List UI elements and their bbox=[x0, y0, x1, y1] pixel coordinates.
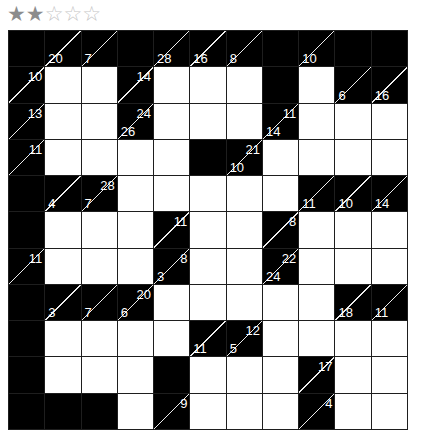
down-clue: 16 bbox=[375, 89, 389, 102]
entry-cell-r8c7[interactable] bbox=[263, 321, 299, 357]
entry-cell-r2c1[interactable] bbox=[45, 104, 81, 140]
block-cell-r8c0 bbox=[9, 321, 45, 357]
clue-cell-r8c6: 125 bbox=[227, 321, 263, 357]
clue-cell-r4c10: 14 bbox=[372, 176, 408, 212]
across-clue: 17 bbox=[318, 360, 332, 373]
clue-cell-r4c8: 11 bbox=[299, 176, 335, 212]
entry-cell-r6c10[interactable] bbox=[372, 249, 408, 285]
entry-cell-r6c5[interactable] bbox=[190, 249, 226, 285]
block-cell-r10c1 bbox=[45, 394, 81, 430]
entry-cell-r10c7[interactable] bbox=[263, 394, 299, 430]
entry-cell-r7c4[interactable] bbox=[154, 285, 190, 321]
entry-cell-r5c2[interactable] bbox=[82, 212, 118, 248]
entry-cell-r6c1[interactable] bbox=[45, 249, 81, 285]
down-clue: 11 bbox=[375, 306, 389, 319]
entry-cell-r8c4[interactable] bbox=[154, 321, 190, 357]
entry-cell-r6c3[interactable] bbox=[118, 249, 154, 285]
down-clue: 14 bbox=[375, 197, 389, 210]
clue-cell-r3c6: 2110 bbox=[227, 140, 263, 176]
clue-cell-r0c8: 10 bbox=[299, 31, 335, 67]
down-clue: 3 bbox=[157, 270, 164, 283]
clue-cell-r0c6: 8 bbox=[227, 31, 263, 67]
across-clue: 13 bbox=[28, 107, 42, 120]
entry-cell-r2c10[interactable] bbox=[372, 104, 408, 140]
down-clue: 28 bbox=[157, 52, 171, 65]
block-cell-r0c7 bbox=[263, 31, 299, 67]
across-clue: 20 bbox=[137, 288, 151, 301]
clue-cell-r1c10: 16 bbox=[372, 67, 408, 103]
clue-cell-r2c0: 13 bbox=[9, 104, 45, 140]
down-clue: 8 bbox=[230, 52, 237, 65]
across-clue: 11 bbox=[29, 143, 43, 156]
entry-cell-r8c10[interactable] bbox=[372, 321, 408, 357]
down-clue: 20 bbox=[48, 52, 62, 65]
down-clue: 4 bbox=[48, 197, 55, 210]
entry-cell-r5c10[interactable] bbox=[372, 212, 408, 248]
entry-cell-r2c9[interactable] bbox=[335, 104, 371, 140]
down-clue: 6 bbox=[338, 89, 345, 102]
clue-cell-r7c3: 206 bbox=[118, 285, 154, 321]
entry-cell-r5c8[interactable] bbox=[299, 212, 335, 248]
clue-cell-r4c2: 287 bbox=[82, 176, 118, 212]
entry-cell-r2c4[interactable] bbox=[154, 104, 190, 140]
clue-cell-r5c4: 11 bbox=[154, 212, 190, 248]
across-clue: 8 bbox=[289, 215, 296, 228]
down-clue: 14 bbox=[266, 125, 280, 138]
clue-cell-r6c4: 83 bbox=[154, 249, 190, 285]
entry-cell-r9c6[interactable] bbox=[227, 357, 263, 393]
clue-cell-r9c8: 17 bbox=[299, 357, 335, 393]
entry-cell-r7c7[interactable] bbox=[263, 285, 299, 321]
across-clue: 24 bbox=[137, 107, 151, 120]
block-cell-r0c3 bbox=[118, 31, 154, 67]
entry-cell-r9c7[interactable] bbox=[263, 357, 299, 393]
entry-cell-r1c6[interactable] bbox=[227, 67, 263, 103]
entry-cell-r1c5[interactable] bbox=[190, 67, 226, 103]
entry-cell-r1c4[interactable] bbox=[154, 67, 190, 103]
clue-cell-r6c0: 11 bbox=[9, 249, 45, 285]
entry-cell-r3c7[interactable] bbox=[263, 140, 299, 176]
block-cell-r1c7 bbox=[263, 67, 299, 103]
entry-cell-r2c8[interactable] bbox=[299, 104, 335, 140]
entry-cell-r3c1[interactable] bbox=[45, 140, 81, 176]
clue-cell-r10c8: 4 bbox=[299, 394, 335, 430]
kakuro-board: 2072816810101461613242611141121104287111… bbox=[8, 30, 408, 430]
down-clue: 7 bbox=[85, 306, 92, 319]
star-filled-icon: ★★ bbox=[7, 2, 45, 25]
block-cell-r10c2 bbox=[82, 394, 118, 430]
down-clue: 7 bbox=[85, 52, 92, 65]
entry-cell-r4c6[interactable] bbox=[227, 176, 263, 212]
across-clue: 22 bbox=[282, 252, 296, 265]
entry-cell-r5c9[interactable] bbox=[335, 212, 371, 248]
entry-cell-r8c2[interactable] bbox=[82, 321, 118, 357]
entry-cell-r3c3[interactable] bbox=[118, 140, 154, 176]
clue-cell-r1c9: 6 bbox=[335, 67, 371, 103]
clue-cell-r8c5: 11 bbox=[190, 321, 226, 357]
entry-cell-r8c1[interactable] bbox=[45, 321, 81, 357]
block-cell-r3c5 bbox=[190, 140, 226, 176]
entry-cell-r9c10[interactable] bbox=[372, 357, 408, 393]
entry-cell-r4c7[interactable] bbox=[263, 176, 299, 212]
block-cell-r9c4 bbox=[154, 357, 190, 393]
entry-cell-r6c2[interactable] bbox=[82, 249, 118, 285]
entry-cell-r3c4[interactable] bbox=[154, 140, 190, 176]
down-clue: 10 bbox=[230, 161, 244, 174]
down-clue: 26 bbox=[121, 125, 135, 138]
across-clue: 4 bbox=[325, 397, 332, 410]
clue-cell-r1c3: 14 bbox=[118, 67, 154, 103]
entry-cell-r9c2[interactable] bbox=[82, 357, 118, 393]
entry-cell-r10c3[interactable] bbox=[118, 394, 154, 430]
entry-cell-r8c9[interactable] bbox=[335, 321, 371, 357]
down-clue: 6 bbox=[121, 306, 128, 319]
down-clue: 16 bbox=[193, 52, 207, 65]
block-cell-r5c0 bbox=[9, 212, 45, 248]
block-cell-r0c9 bbox=[335, 31, 371, 67]
across-clue: 11 bbox=[174, 215, 188, 228]
entry-cell-r10c9[interactable] bbox=[335, 394, 371, 430]
down-clue: 24 bbox=[266, 270, 280, 283]
across-clue: 28 bbox=[100, 179, 114, 192]
down-clue: 10 bbox=[338, 197, 352, 210]
clue-cell-r7c10: 11 bbox=[372, 285, 408, 321]
across-clue: 14 bbox=[137, 70, 151, 83]
down-clue: 3 bbox=[48, 306, 55, 319]
clue-cell-r7c2: 7 bbox=[82, 285, 118, 321]
entry-cell-r8c8[interactable] bbox=[299, 321, 335, 357]
entry-cell-r10c6[interactable] bbox=[227, 394, 263, 430]
entry-cell-r10c5[interactable] bbox=[190, 394, 226, 430]
block-cell-r0c10 bbox=[372, 31, 408, 67]
clue-cell-r4c9: 10 bbox=[335, 176, 371, 212]
down-clue: 5 bbox=[230, 342, 237, 355]
entry-cell-r3c10[interactable] bbox=[372, 140, 408, 176]
entry-cell-r3c9[interactable] bbox=[335, 140, 371, 176]
block-cell-r10c0 bbox=[9, 394, 45, 430]
entry-cell-r6c9[interactable] bbox=[335, 249, 371, 285]
down-clue: 7 bbox=[85, 197, 92, 210]
entry-cell-r9c1[interactable] bbox=[45, 357, 81, 393]
across-clue: 10 bbox=[28, 70, 42, 83]
entry-cell-r7c6[interactable] bbox=[227, 285, 263, 321]
entry-cell-r9c5[interactable] bbox=[190, 357, 226, 393]
entry-cell-r2c6[interactable] bbox=[227, 104, 263, 140]
clue-cell-r2c7: 1114 bbox=[263, 104, 299, 140]
difficulty-rating: ★★☆☆☆ bbox=[7, 1, 101, 27]
entry-cell-r1c2[interactable] bbox=[82, 67, 118, 103]
across-clue: 8 bbox=[180, 252, 187, 265]
block-cell-r0c0 bbox=[9, 31, 45, 67]
entry-cell-r2c2[interactable] bbox=[82, 104, 118, 140]
star-empty-icon: ☆☆☆ bbox=[45, 2, 101, 25]
entry-cell-r5c6[interactable] bbox=[227, 212, 263, 248]
clue-cell-r6c7: 2224 bbox=[263, 249, 299, 285]
entry-cell-r6c8[interactable] bbox=[299, 249, 335, 285]
entry-cell-r10c10[interactable] bbox=[372, 394, 408, 430]
block-cell-r4c0 bbox=[9, 176, 45, 212]
across-clue: 11 bbox=[29, 252, 43, 265]
across-clue: 9 bbox=[180, 397, 187, 410]
entry-cell-r3c2[interactable] bbox=[82, 140, 118, 176]
clue-cell-r4c1: 4 bbox=[45, 176, 81, 212]
entry-cell-r9c9[interactable] bbox=[335, 357, 371, 393]
entry-cell-r4c4[interactable] bbox=[154, 176, 190, 212]
entry-cell-r9c3[interactable] bbox=[118, 357, 154, 393]
down-clue: 11 bbox=[193, 342, 207, 355]
block-cell-r7c0 bbox=[9, 285, 45, 321]
entry-cell-r4c5[interactable] bbox=[190, 176, 226, 212]
block-cell-r9c0 bbox=[9, 357, 45, 393]
entry-cell-r1c1[interactable] bbox=[45, 67, 81, 103]
clue-cell-r10c4: 9 bbox=[154, 394, 190, 430]
clue-cell-r3c0: 11 bbox=[9, 140, 45, 176]
down-clue: 10 bbox=[302, 52, 316, 65]
clue-cell-r0c5: 16 bbox=[190, 31, 226, 67]
across-clue: 12 bbox=[245, 324, 259, 337]
entry-cell-r5c3[interactable] bbox=[118, 212, 154, 248]
clue-cell-r1c0: 10 bbox=[9, 67, 45, 103]
entry-cell-r4c3[interactable] bbox=[118, 176, 154, 212]
across-clue: 11 bbox=[283, 107, 297, 120]
entry-cell-r8c3[interactable] bbox=[118, 321, 154, 357]
clue-cell-r5c7: 8 bbox=[263, 212, 299, 248]
entry-cell-r3c8[interactable] bbox=[299, 140, 335, 176]
entry-cell-r5c5[interactable] bbox=[190, 212, 226, 248]
entry-cell-r6c6[interactable] bbox=[227, 249, 263, 285]
entry-cell-r1c8[interactable] bbox=[299, 67, 335, 103]
clue-cell-r7c9: 18 bbox=[335, 285, 371, 321]
clue-cell-r0c2: 7 bbox=[82, 31, 118, 67]
down-clue: 18 bbox=[338, 306, 352, 319]
across-clue: 21 bbox=[245, 143, 259, 156]
down-clue: 11 bbox=[302, 197, 316, 210]
clue-cell-r0c1: 20 bbox=[45, 31, 81, 67]
clue-cell-r7c1: 3 bbox=[45, 285, 81, 321]
entry-cell-r5c1[interactable] bbox=[45, 212, 81, 248]
clue-cell-r2c3: 2426 bbox=[118, 104, 154, 140]
entry-cell-r7c5[interactable] bbox=[190, 285, 226, 321]
entry-cell-r7c8[interactable] bbox=[299, 285, 335, 321]
clue-cell-r0c4: 28 bbox=[154, 31, 190, 67]
entry-cell-r2c5[interactable] bbox=[190, 104, 226, 140]
